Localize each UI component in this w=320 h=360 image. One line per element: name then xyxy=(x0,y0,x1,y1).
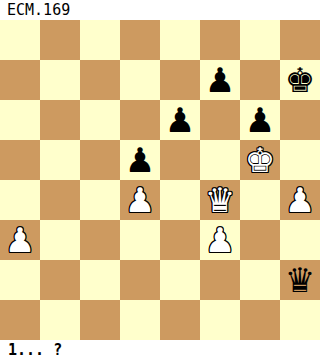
square-d4[interactable]: ♟ xyxy=(120,180,160,220)
square-a1[interactable] xyxy=(0,300,40,340)
square-e3[interactable] xyxy=(160,220,200,260)
square-f1[interactable] xyxy=(200,300,240,340)
header: ECM.169 xyxy=(0,0,320,20)
square-b5[interactable] xyxy=(40,140,80,180)
square-c4[interactable] xyxy=(80,180,120,220)
square-a6[interactable] xyxy=(0,100,40,140)
square-g7[interactable] xyxy=(240,60,280,100)
square-c1[interactable] xyxy=(80,300,120,340)
white-king-g5[interactable]: ♚ xyxy=(245,140,275,180)
white-pawn-d4[interactable]: ♟ xyxy=(125,180,155,220)
square-h7[interactable]: ♚ xyxy=(280,60,320,100)
square-d1[interactable] xyxy=(120,300,160,340)
square-a5[interactable] xyxy=(0,140,40,180)
square-c2[interactable] xyxy=(80,260,120,300)
move-prompt: 1... ? xyxy=(0,340,62,360)
square-a7[interactable] xyxy=(0,60,40,100)
square-c6[interactable] xyxy=(80,100,120,140)
black-queen-h2[interactable]: ♛ xyxy=(285,260,315,300)
square-b6[interactable] xyxy=(40,100,80,140)
square-h8[interactable] xyxy=(280,20,320,60)
white-pawn-h4[interactable]: ♟ xyxy=(285,180,315,220)
square-e6[interactable]: ♟ xyxy=(160,100,200,140)
black-pawn-g6[interactable]: ♟ xyxy=(245,100,275,140)
white-pawn-f3[interactable]: ♟ xyxy=(205,220,235,260)
square-e5[interactable] xyxy=(160,140,200,180)
black-king-h7[interactable]: ♚ xyxy=(285,60,315,100)
square-a2[interactable] xyxy=(0,260,40,300)
square-f8[interactable] xyxy=(200,20,240,60)
square-g2[interactable] xyxy=(240,260,280,300)
square-e4[interactable] xyxy=(160,180,200,220)
square-f3[interactable]: ♟ xyxy=(200,220,240,260)
black-pawn-f7[interactable]: ♟ xyxy=(205,60,235,100)
square-f2[interactable] xyxy=(200,260,240,300)
square-e7[interactable] xyxy=(160,60,200,100)
square-c5[interactable] xyxy=(80,140,120,180)
square-c7[interactable] xyxy=(80,60,120,100)
footer: 1... ? xyxy=(0,340,320,360)
square-c8[interactable] xyxy=(80,20,120,60)
square-d7[interactable] xyxy=(120,60,160,100)
square-f7[interactable]: ♟ xyxy=(200,60,240,100)
square-h6[interactable] xyxy=(280,100,320,140)
square-g1[interactable] xyxy=(240,300,280,340)
diagram-title: ECM.169 xyxy=(0,0,70,20)
square-f5[interactable] xyxy=(200,140,240,180)
square-g6[interactable]: ♟ xyxy=(240,100,280,140)
square-b3[interactable] xyxy=(40,220,80,260)
square-g4[interactable] xyxy=(240,180,280,220)
square-e1[interactable] xyxy=(160,300,200,340)
square-b8[interactable] xyxy=(40,20,80,60)
square-c3[interactable] xyxy=(80,220,120,260)
square-a3[interactable]: ♟ xyxy=(0,220,40,260)
square-h1[interactable] xyxy=(280,300,320,340)
chess-diagram-window: ECM.169 ♟♚♟♟♟♚♟♛♟♟♟♛ 1... ? xyxy=(0,0,320,360)
square-h3[interactable] xyxy=(280,220,320,260)
white-pawn-a3[interactable]: ♟ xyxy=(5,220,35,260)
square-a4[interactable] xyxy=(0,180,40,220)
black-pawn-e6[interactable]: ♟ xyxy=(165,100,195,140)
square-d5[interactable]: ♟ xyxy=(120,140,160,180)
square-h2[interactable]: ♛ xyxy=(280,260,320,300)
square-e8[interactable] xyxy=(160,20,200,60)
square-d8[interactable] xyxy=(120,20,160,60)
square-b1[interactable] xyxy=(40,300,80,340)
square-e2[interactable] xyxy=(160,260,200,300)
square-h5[interactable] xyxy=(280,140,320,180)
square-g8[interactable] xyxy=(240,20,280,60)
square-f4[interactable]: ♛ xyxy=(200,180,240,220)
black-pawn-d5[interactable]: ♟ xyxy=(125,140,155,180)
square-f6[interactable] xyxy=(200,100,240,140)
square-b4[interactable] xyxy=(40,180,80,220)
square-b7[interactable] xyxy=(40,60,80,100)
chess-board: ♟♚♟♟♟♚♟♛♟♟♟♛ xyxy=(0,20,320,340)
square-g3[interactable] xyxy=(240,220,280,260)
square-h4[interactable]: ♟ xyxy=(280,180,320,220)
square-a8[interactable] xyxy=(0,20,40,60)
square-d6[interactable] xyxy=(120,100,160,140)
square-g5[interactable]: ♚ xyxy=(240,140,280,180)
square-d3[interactable] xyxy=(120,220,160,260)
square-d2[interactable] xyxy=(120,260,160,300)
white-queen-f4[interactable]: ♛ xyxy=(205,180,235,220)
square-b2[interactable] xyxy=(40,260,80,300)
